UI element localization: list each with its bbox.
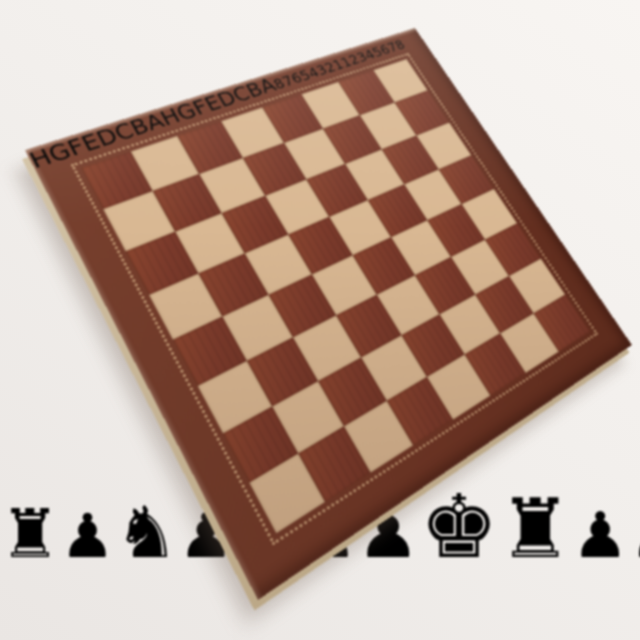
- shadow-black-pawn-e2: [0, 118, 37, 130]
- shadow-white-pawn-g7: [0, 130, 41, 143]
- shadow-black-bishop-f1: [0, 48, 44, 62]
- shadow-white-pawn-h7: [0, 74, 41, 87]
- shadow-black-knight-g1: [0, 24, 41, 37]
- shadow-white-king-e8: [0, 284, 63, 304]
- shadow-white-queen-d8: [0, 343, 60, 362]
- photo-scene: HGFEDCBAHGFEDCBA8765432112345678 ♜♟♞♟♝♟♟…: [0, 0, 640, 640]
- shadow-black-knight-b1: [0, 257, 44, 271]
- shadow-white-pawn-c7: [0, 362, 44, 376]
- shadow-white-pawn-e7: [0, 244, 42, 258]
- shadow-white-pawn-a7: [0, 426, 45, 440]
- shadow-black-pawn-h2: [0, 12, 35, 23]
- shadow-black-pawn-b2: [0, 271, 38, 283]
- shadow-white-rook-a8: [0, 440, 53, 457]
- piece-black-pawn-e2: ♟: [572, 499, 628, 572]
- piece-black-pawn-h2: ♟: [60, 501, 114, 571]
- shadow-white-pawn-d7: [0, 317, 43, 331]
- shadow-white-rook-h8: [0, 103, 48, 118]
- chess-set-photo: HGFEDCBAHGFEDCBA8765432112345678 ♜♟♞♟♝♟♟…: [0, 0, 640, 640]
- shadow-black-pawn-a2: [0, 331, 38, 343]
- shadow-black-king-e1: [0, 87, 51, 103]
- piece-white-rook-h8: ♜: [498, 481, 572, 576]
- piece-black-rook-h1: ♜: [0, 495, 60, 573]
- shadow-black-pawn-c2: [0, 232, 37, 244]
- piece-white-pawn-g7: ♟: [629, 491, 640, 574]
- shadow-white-bishop-c8: [0, 376, 56, 394]
- shadow-black-pawn-g2: [0, 37, 36, 48]
- shadow-black-rook-a1: [0, 304, 42, 318]
- piece-black-knight-g1: ♞: [115, 491, 179, 574]
- shadow-white-knight-b8: [0, 408, 54, 425]
- shadow-black-pawn-f2: [0, 62, 36, 74]
- shadow-white-pawn-b7: [0, 394, 44, 408]
- shadow-black-rook-h1: [0, 0, 39, 12]
